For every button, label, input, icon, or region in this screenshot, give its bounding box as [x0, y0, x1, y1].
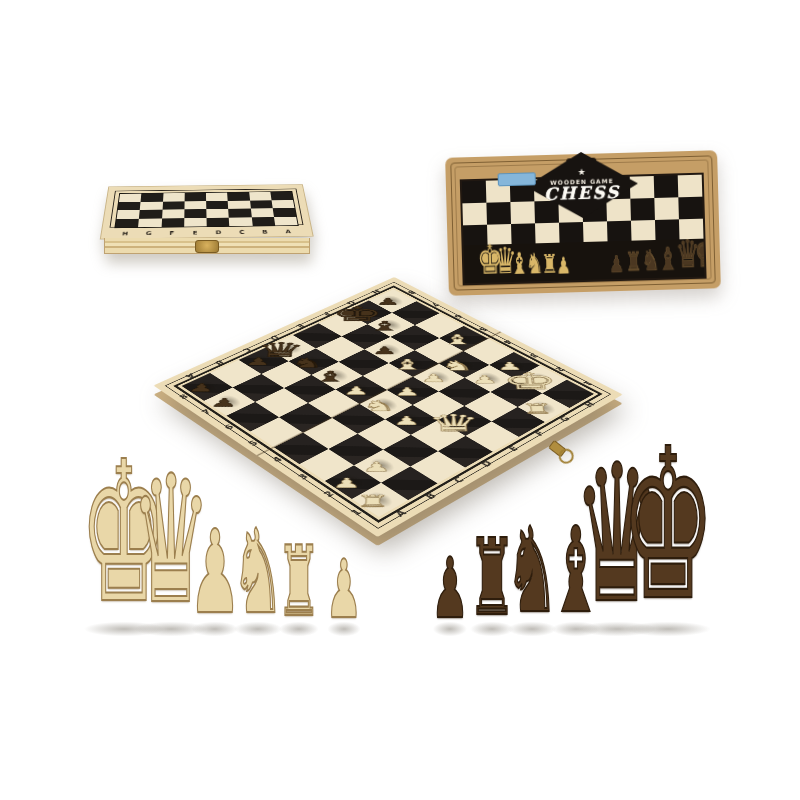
lineup-piece-pawn: ♟	[326, 550, 363, 630]
folded-square	[206, 193, 228, 201]
box-square	[654, 197, 679, 220]
folded-square	[228, 209, 251, 218]
box-square	[462, 203, 487, 226]
folded-case-lid: HGFEDCBA	[100, 184, 314, 239]
folded-square	[138, 218, 161, 227]
star-icon: ★	[577, 167, 585, 176]
brand-title: CHESS	[544, 184, 621, 204]
product-photo-scene: HGFEDCBA ♚♛♝♞♜♟♟♜♞♝♛♚ ★ WOODEN GAME CHES…	[0, 0, 800, 800]
chess-board: 1122334455667788AABBCCDDEEFFGGHH ♟♟♛♚♟♟♞…	[153, 277, 622, 537]
folded-square	[250, 200, 273, 209]
folded-square	[227, 192, 249, 200]
folded-square	[139, 210, 162, 219]
folded-letter: E	[184, 230, 207, 236]
folded-square	[184, 209, 206, 218]
folded-square	[140, 201, 163, 210]
box-piece-pawn: ♟	[556, 254, 571, 277]
light-bishop-glyph: ♝	[390, 358, 424, 372]
box-square	[534, 201, 559, 224]
folded-square	[118, 202, 141, 211]
folded-square	[119, 194, 142, 202]
folded-square	[228, 200, 251, 209]
box-square	[678, 175, 703, 198]
folded-letter: F	[160, 230, 184, 236]
price-sticker	[498, 172, 536, 186]
light-bishop-glyph: ♝	[440, 333, 474, 346]
folded-square	[141, 193, 163, 201]
folded-square	[206, 209, 229, 218]
folded-edge-letters: HGFEDCBA	[113, 229, 300, 237]
packaging-box: ♚♛♝♞♜♟♟♜♞♝♛♚ ★ WOODEN GAME CHESS	[445, 150, 721, 296]
folded-square	[184, 201, 206, 210]
dark-pawn-glyph: ♟	[187, 382, 216, 393]
dark-bishop-glyph: ♝	[312, 370, 347, 384]
dark-pawn-glyph: ♟	[245, 356, 272, 367]
box-square	[486, 202, 511, 225]
lineup-piece-rook: ♜	[277, 533, 321, 630]
folded-square	[117, 210, 140, 219]
folded-square	[272, 208, 296, 217]
folded-square	[270, 192, 293, 200]
folded-case-front	[104, 238, 310, 254]
folded-square	[184, 218, 207, 227]
folded-chess-case: HGFEDCBA	[100, 160, 314, 254]
folded-square	[274, 216, 298, 225]
folded-square	[207, 217, 230, 226]
folded-checkerboard	[114, 191, 298, 228]
folded-square	[162, 201, 184, 210]
box-square	[654, 175, 679, 198]
folded-square	[249, 192, 272, 200]
dark-bishop-glyph: ♝	[368, 319, 401, 332]
box-piece-king: ♚	[694, 231, 707, 274]
lineup-piece-pawn: ♟	[431, 547, 469, 630]
box-square	[510, 201, 535, 224]
lineup-piece-king: ♚	[620, 422, 715, 630]
folded-square	[229, 217, 252, 226]
light-pawn-glyph: ♟	[420, 373, 447, 384]
folded-letter: G	[137, 231, 161, 237]
folded-square	[161, 218, 184, 227]
folded-letter: B	[253, 229, 277, 235]
clasp-icon	[195, 240, 219, 253]
box-square	[630, 198, 655, 221]
box-piece-rook: ♜	[625, 250, 642, 276]
folded-letter: C	[230, 229, 254, 235]
folded-square	[271, 200, 294, 208]
folded-square	[184, 193, 206, 201]
folded-square	[163, 193, 185, 201]
box-square	[678, 197, 703, 220]
dark-pawn-glyph: ♟	[372, 346, 398, 356]
light-king-glyph: ♚	[501, 370, 560, 393]
box-square	[630, 176, 655, 199]
folded-square	[206, 201, 228, 210]
light-pawn-glyph: ♟	[471, 374, 498, 385]
folded-square	[250, 208, 273, 217]
folded-square	[251, 217, 275, 226]
folded-square	[162, 209, 185, 218]
folded-letter: A	[276, 229, 300, 235]
folded-letter: D	[207, 230, 231, 236]
box-square	[462, 181, 487, 204]
folded-letter: H	[113, 231, 137, 237]
box-piece-pawn: ♟	[609, 253, 624, 276]
box-square	[606, 199, 631, 222]
folded-square	[115, 218, 139, 227]
light-knight-glyph: ♞	[441, 359, 475, 373]
